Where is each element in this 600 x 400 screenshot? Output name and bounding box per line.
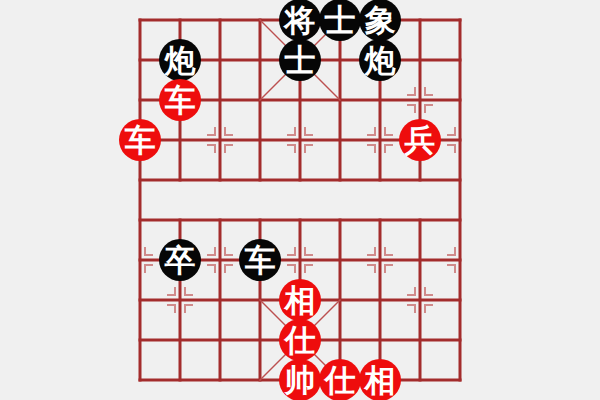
piece-black-cannon-2[interactable]: 炮 (359, 39, 401, 81)
piece-red-soldier[interactable]: 兵 (399, 119, 441, 161)
piece-red-chariot-1[interactable]: 车 (159, 79, 201, 121)
piece-red-advisor-2[interactable]: 仕 (319, 359, 361, 400)
piece-red-elephant-1[interactable]: 相 (279, 279, 321, 321)
piece-red-advisor-1[interactable]: 仕 (279, 319, 321, 361)
piece-red-elephant-2[interactable]: 相 (359, 359, 401, 400)
piece-red-chariot-2[interactable]: 车 (119, 119, 161, 161)
piece-red-general[interactable]: 帅 (279, 359, 321, 400)
piece-black-advisor-2[interactable]: 士 (279, 39, 321, 81)
piece-black-chariot[interactable]: 车 (239, 239, 281, 281)
piece-black-cannon-1[interactable]: 炮 (159, 39, 201, 81)
piece-black-advisor-1[interactable]: 士 (319, 0, 361, 41)
xiangqi-board[interactable]: 将士象炮士炮车车兵卒车相仕帅仕相 (0, 0, 600, 400)
piece-black-elephant[interactable]: 象 (359, 0, 401, 41)
piece-black-soldier[interactable]: 卒 (159, 239, 201, 281)
piece-black-general[interactable]: 将 (279, 0, 321, 41)
app-background: 将士象炮士炮车车兵卒车相仕帅仕相 (0, 0, 600, 400)
